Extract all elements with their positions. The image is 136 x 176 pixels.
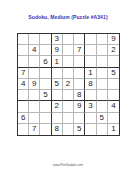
sudoku-cell-r5c5: 2 bbox=[63, 79, 74, 90]
sudoku-cell-r6c7 bbox=[85, 90, 96, 101]
sudoku-cell-r1c1 bbox=[18, 34, 29, 45]
sudoku-cell-r4c3 bbox=[40, 68, 51, 79]
sudoku-cell-r1c9: 9 bbox=[108, 34, 119, 45]
sudoku-cell-r3c2 bbox=[29, 56, 40, 67]
sudoku-cell-r3c8 bbox=[97, 56, 108, 67]
sudoku-cell-r3c4: 1 bbox=[52, 56, 63, 67]
sudoku-cell-r9c7 bbox=[85, 124, 96, 135]
sudoku-cell-r3c6 bbox=[74, 56, 85, 67]
sudoku-cell-r3c3: 6 bbox=[40, 56, 51, 67]
sudoku-cell-r5c9 bbox=[108, 79, 119, 90]
sudoku-cell-r6c1 bbox=[18, 90, 29, 101]
sudoku-cell-r8c2 bbox=[29, 113, 40, 124]
sudoku-cell-r7c7: 3 bbox=[85, 101, 96, 112]
sudoku-cell-r5c2: 9 bbox=[29, 79, 40, 90]
sudoku-cell-r3c7 bbox=[85, 56, 96, 67]
sudoku-board: 3949726171549528582934657851 bbox=[17, 33, 120, 136]
sudoku-cell-r1c3 bbox=[40, 34, 51, 45]
puzzle-page: Sudoku, Medium (Puzzle #A341) 3949726171… bbox=[0, 0, 136, 176]
sudoku-cell-r2c9: 2 bbox=[108, 45, 119, 56]
page-title: Sudoku, Medium (Puzzle #A341) bbox=[0, 14, 136, 20]
sudoku-cell-r8c8: 5 bbox=[97, 113, 108, 124]
sudoku-cell-r4c4 bbox=[52, 68, 63, 79]
sudoku-cell-r2c5 bbox=[63, 45, 74, 56]
sudoku-cell-r9c6: 5 bbox=[74, 124, 85, 135]
sudoku-cell-r5c4: 5 bbox=[52, 79, 63, 90]
sudoku-cell-r4c8 bbox=[97, 68, 108, 79]
sudoku-cell-r2c8 bbox=[97, 45, 108, 56]
sudoku-cell-r6c4 bbox=[52, 90, 63, 101]
sudoku-cell-r2c3 bbox=[40, 45, 51, 56]
sudoku-cell-r5c7: 8 bbox=[85, 79, 96, 90]
sudoku-cell-r5c3 bbox=[40, 79, 51, 90]
sudoku-cell-r6c6: 8 bbox=[74, 90, 85, 101]
sudoku-cell-r2c7 bbox=[85, 45, 96, 56]
sudoku-cell-r7c5 bbox=[63, 101, 74, 112]
sudoku-cell-r1c7 bbox=[85, 34, 96, 45]
sudoku-cell-r2c6: 7 bbox=[74, 45, 85, 56]
sudoku-cell-r7c4: 2 bbox=[52, 101, 63, 112]
sudoku-cell-r6c8 bbox=[97, 90, 108, 101]
sudoku-cell-r3c5 bbox=[63, 56, 74, 67]
sudoku-cell-r6c5 bbox=[63, 90, 74, 101]
sudoku-cell-r4c9: 5 bbox=[108, 68, 119, 79]
sudoku-cell-r7c6: 9 bbox=[74, 101, 85, 112]
sudoku-cell-r7c8 bbox=[97, 101, 108, 112]
footer-url: www.PrintSudoku.com bbox=[0, 163, 136, 167]
sudoku-cell-r7c2 bbox=[29, 101, 40, 112]
sudoku-cell-r4c7: 1 bbox=[85, 68, 96, 79]
sudoku-cell-r8c4 bbox=[52, 113, 63, 124]
sudoku-cell-r2c2: 4 bbox=[29, 45, 40, 56]
sudoku-cell-r5c6 bbox=[74, 79, 85, 90]
sudoku-cell-r8c1: 6 bbox=[18, 113, 29, 124]
sudoku-cell-r9c9: 1 bbox=[108, 124, 119, 135]
sudoku-cell-r3c9 bbox=[108, 56, 119, 67]
sudoku-cell-r9c1 bbox=[18, 124, 29, 135]
sudoku-cell-r9c2: 7 bbox=[29, 124, 40, 135]
sudoku-cell-r8c9 bbox=[108, 113, 119, 124]
sudoku-cell-r4c5 bbox=[63, 68, 74, 79]
sudoku-cell-r3c1 bbox=[18, 56, 29, 67]
sudoku-cell-r5c8 bbox=[97, 79, 108, 90]
sudoku-cell-r9c4: 8 bbox=[52, 124, 63, 135]
sudoku-cell-r4c1: 7 bbox=[18, 68, 29, 79]
sudoku-cell-r9c3 bbox=[40, 124, 51, 135]
sudoku-cell-r9c8 bbox=[97, 124, 108, 135]
sudoku-cell-r4c6 bbox=[74, 68, 85, 79]
sudoku-cell-r7c3 bbox=[40, 101, 51, 112]
sudoku-cell-r1c8 bbox=[97, 34, 108, 45]
sudoku-cell-r5c1: 4 bbox=[18, 79, 29, 90]
sudoku-cell-r1c4: 3 bbox=[52, 34, 63, 45]
sudoku-cell-r6c9 bbox=[108, 90, 119, 101]
sudoku-cell-r6c2 bbox=[29, 90, 40, 101]
sudoku-cell-r2c1 bbox=[18, 45, 29, 56]
sudoku-cell-r2c4: 9 bbox=[52, 45, 63, 56]
sudoku-cell-r7c9: 4 bbox=[108, 101, 119, 112]
sudoku-cell-r1c5 bbox=[63, 34, 74, 45]
sudoku-cell-r1c6 bbox=[74, 34, 85, 45]
sudoku-cell-r8c6 bbox=[74, 113, 85, 124]
sudoku-cell-r7c1 bbox=[18, 101, 29, 112]
sudoku-cell-r8c5 bbox=[63, 113, 74, 124]
sudoku-cell-r8c7 bbox=[85, 113, 96, 124]
sudoku-cell-r8c3 bbox=[40, 113, 51, 124]
sudoku-cell-r4c2 bbox=[29, 68, 40, 79]
sudoku-cell-r6c3: 5 bbox=[40, 90, 51, 101]
sudoku-cell-r9c5 bbox=[63, 124, 74, 135]
sudoku-cell-r1c2 bbox=[29, 34, 40, 45]
